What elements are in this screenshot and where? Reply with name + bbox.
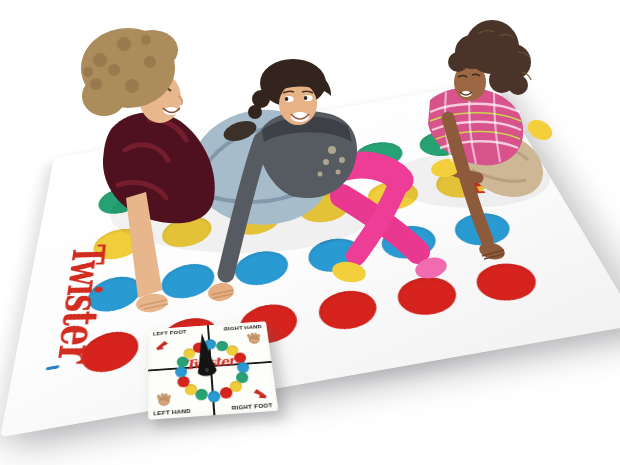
mat-circle-yellow: [230, 202, 282, 239]
middle-girl-hair: [260, 59, 326, 107]
mat-circle-green: [97, 184, 144, 218]
mat-circle-green: [163, 172, 209, 205]
mat-trademark-mark: [46, 365, 60, 371]
smile: [164, 107, 179, 115]
mat-logo-left: Twister: [46, 238, 116, 364]
mat-circle-red: [471, 259, 543, 304]
nose: [178, 96, 182, 105]
mat-circle-yellow: [162, 213, 212, 250]
mat-circle-green: [226, 161, 275, 194]
eye: [303, 95, 312, 101]
spinner-board[interactable]: LEFT FOOT RIGHT HAND LEFT HAND RIGHT FOO…: [148, 321, 278, 420]
mat-circle-blue: [234, 247, 290, 289]
mat-circle-red: [316, 287, 381, 334]
mat-circle-blue: [378, 222, 441, 262]
closed-eye: [160, 88, 171, 91]
pupil: [304, 96, 308, 100]
hair-curl: [248, 105, 262, 119]
afro-part: [126, 30, 178, 70]
mat-circle-yellow: [364, 178, 422, 214]
spinner-arrow[interactable]: [148, 321, 278, 420]
mat-circle-yellow: [297, 190, 352, 226]
mat-circle-green: [353, 139, 407, 171]
hair-frizz: [478, 30, 531, 80]
mat-circle-red: [393, 273, 461, 319]
afro-part: [82, 76, 126, 116]
hair-curl: [252, 90, 270, 108]
afro-curl-texture: [83, 35, 156, 93]
closed-eyes: [458, 74, 480, 77]
mat-circle-blue: [306, 235, 365, 276]
mat-circle-blue: [162, 260, 215, 302]
eye: [284, 96, 293, 102]
mat-circle-blue: [450, 209, 516, 249]
pupil: [285, 97, 289, 101]
brows: [283, 91, 313, 93]
hair-fringe: [268, 70, 331, 98]
left-boy-face: [139, 73, 181, 123]
smile-line: [163, 108, 180, 113]
scene: Twister Twister: [0, 0, 620, 465]
yellow-sock-tucked: [524, 116, 555, 144]
left-boy-afro: [81, 28, 175, 108]
mat-circle-green: [290, 150, 341, 182]
twister-mat: Twister Twister: [0, 81, 620, 437]
